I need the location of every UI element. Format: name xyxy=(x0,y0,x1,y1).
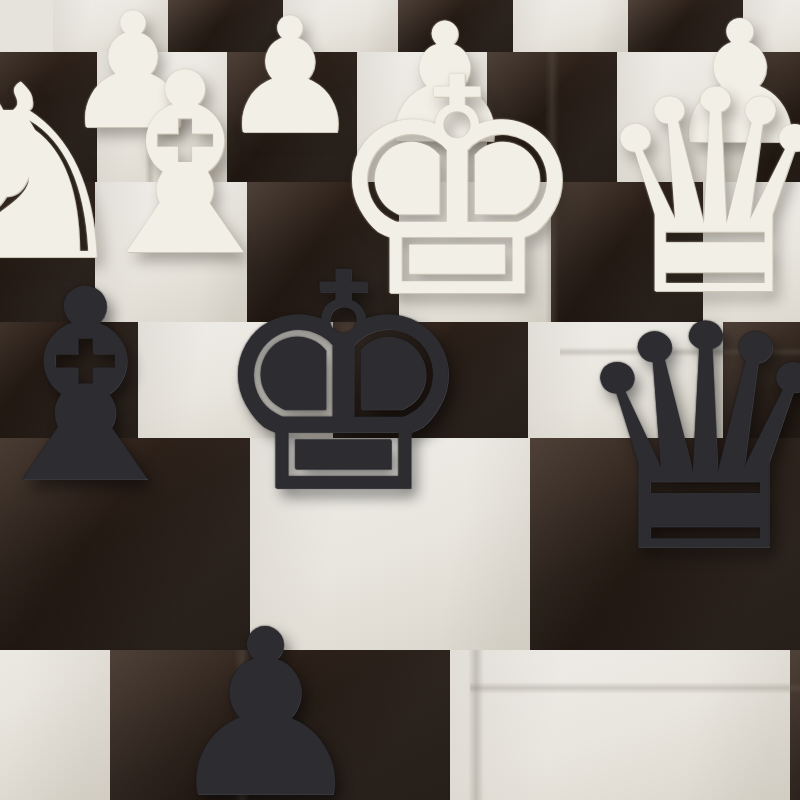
black-king-d5[interactable]: ♚ xyxy=(193,235,493,535)
board-rank-6 xyxy=(0,650,800,800)
square-b6[interactable] xyxy=(790,650,800,800)
black-pawn-d6[interactable]: ♟ xyxy=(150,600,380,800)
black-queen-c5[interactable]: ♛ xyxy=(550,285,800,595)
square-e6[interactable] xyxy=(0,650,110,800)
black-bishop-e5[interactable]: ♝ xyxy=(0,255,218,520)
square-c6[interactable] xyxy=(450,650,790,800)
chessboard-photo-scene: ♟♟♟♟♞♝♚♛♝♚♛♟ xyxy=(0,0,800,800)
